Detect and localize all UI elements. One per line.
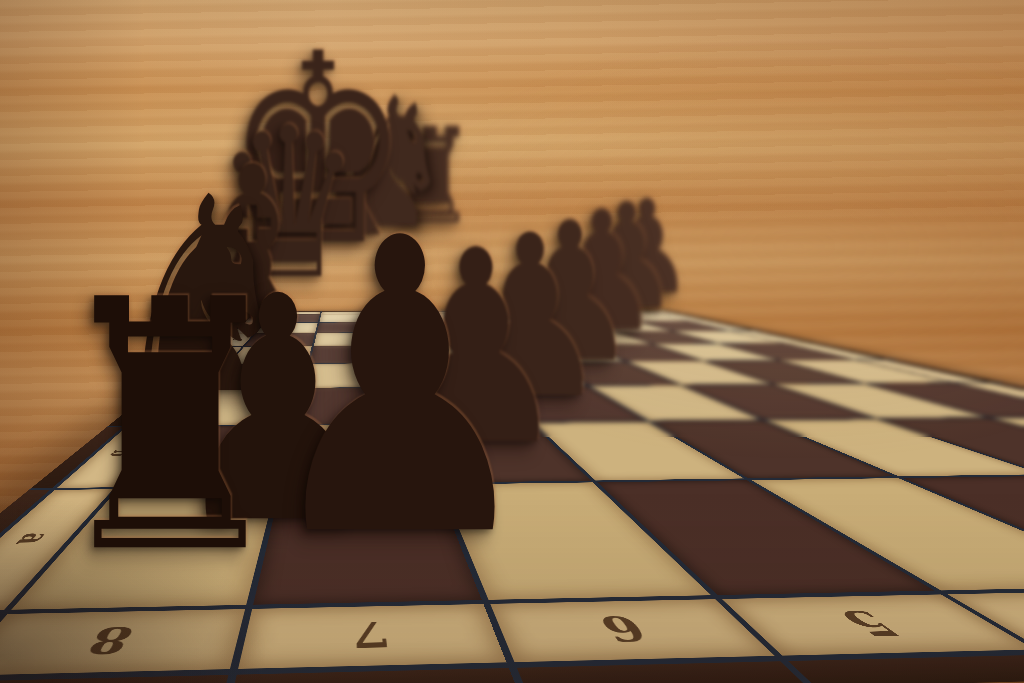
board-frame-cell bbox=[517, 661, 808, 683]
piece-black-pawn-b7: ♟ bbox=[258, 187, 541, 592]
rank-label-6: 6 bbox=[591, 608, 658, 649]
board-frame-cell bbox=[230, 668, 519, 683]
chess-photo-stage: hgfedcba87654321 ♜♞♝♛♚♝♞♜♟♟♟♟♟♟♟♟ bbox=[0, 0, 1024, 683]
board-frame-cell bbox=[0, 675, 228, 683]
rank-label-5: 5 bbox=[825, 604, 916, 644]
board-frame-cell bbox=[788, 655, 1024, 683]
piece-black-rook-a8: ♜ bbox=[49, 255, 290, 600]
